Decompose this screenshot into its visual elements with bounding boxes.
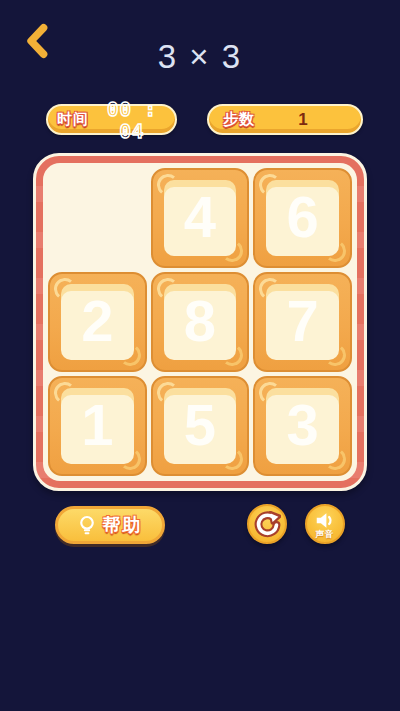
- cell-r2c1: 2: [48, 272, 147, 372]
- cell-r2c2: 8: [151, 272, 250, 372]
- tile-number: 5: [184, 391, 216, 458]
- sound-button[interactable]: 声音: [305, 504, 345, 544]
- tile-number: 2: [81, 287, 113, 354]
- help-label: 帮助: [103, 513, 143, 537]
- cell-r3c1: 1: [48, 376, 147, 476]
- tile-number: 7: [287, 287, 319, 354]
- tile-number: 4: [184, 183, 216, 250]
- board-interior: 4 6 2 8 7 1 5: [43, 163, 357, 481]
- sound-label: 声音: [316, 530, 335, 539]
- cell-r3c2: 5: [151, 376, 250, 476]
- speaker-icon: [314, 512, 336, 529]
- tile-number: 3: [287, 391, 319, 458]
- help-button[interactable]: 帮助: [55, 506, 165, 544]
- tile-number: 8: [184, 287, 216, 354]
- tile-3[interactable]: 3: [253, 376, 352, 476]
- steps-label: 步数: [223, 110, 255, 129]
- time-value: 00 : 04: [89, 98, 175, 142]
- tile-number: 1: [81, 391, 113, 458]
- tile-grid: 4 6 2 8 7 1 5: [48, 168, 352, 476]
- puzzle-board: 4 6 2 8 7 1 5: [33, 153, 367, 491]
- lightbulb-icon: [78, 514, 96, 537]
- cell-r1c3: 6: [253, 168, 352, 268]
- tile-5[interactable]: 5: [151, 376, 250, 476]
- cell-r2c3: 7: [253, 272, 352, 372]
- tile-6[interactable]: 6: [253, 168, 352, 268]
- tile-4[interactable]: 4: [151, 168, 250, 268]
- time-label: 时间: [57, 110, 89, 129]
- cell-r1c2: 4: [151, 168, 250, 268]
- tile-1[interactable]: 1: [48, 376, 147, 476]
- restart-button[interactable]: [247, 504, 287, 544]
- tile-2[interactable]: 2: [48, 272, 147, 372]
- cell-r3c3: 3: [253, 376, 352, 476]
- steps-value: 1: [255, 110, 361, 130]
- puzzle-app-screen: 3 × 3 时间 00 : 04 步数 1 4 6 2: [0, 0, 400, 711]
- time-badge: 时间 00 : 04: [46, 104, 177, 135]
- cell-r1c1-empty: [48, 168, 147, 268]
- tile-number: 6: [287, 183, 319, 250]
- tile-7[interactable]: 7: [253, 272, 352, 372]
- refresh-icon: [254, 511, 281, 538]
- steps-badge: 步数 1: [207, 104, 363, 135]
- tile-8[interactable]: 8: [151, 272, 250, 372]
- page-title: 3 × 3: [0, 38, 400, 76]
